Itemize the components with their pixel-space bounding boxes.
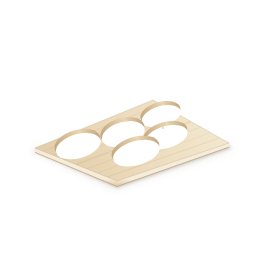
wood-knot-speck — [162, 127, 164, 129]
product-photo: Light wooden tray insert with five round… — [0, 0, 270, 270]
wooden-tray-photo — [0, 0, 270, 270]
